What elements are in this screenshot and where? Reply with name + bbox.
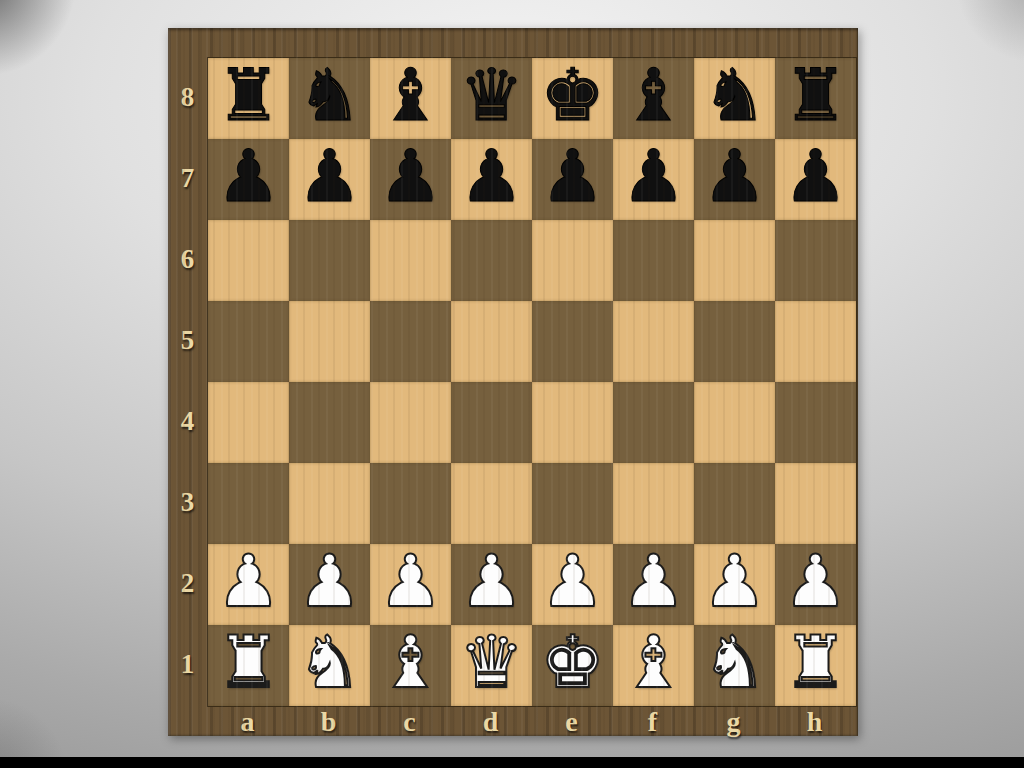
white-pawn[interactable]: ♟ [378, 541, 443, 622]
square-c2[interactable]: ♟ [370, 544, 451, 625]
square-g3[interactable] [694, 463, 775, 544]
white-pawn[interactable]: ♟ [702, 541, 767, 622]
white-pawn[interactable]: ♟ [621, 541, 686, 622]
black-pawn[interactable]: ♟ [540, 136, 605, 217]
square-h3[interactable] [775, 463, 856, 544]
file-label-a: a [207, 705, 288, 738]
black-knight[interactable]: ♞ [702, 55, 767, 136]
black-king[interactable]: ♚ [540, 55, 605, 136]
file-label-f: f [612, 705, 693, 738]
square-c4[interactable] [370, 382, 451, 463]
square-a6[interactable] [208, 220, 289, 301]
rank-label-2: 2 [168, 543, 207, 624]
square-h1[interactable]: ♜ [775, 625, 856, 706]
file-label-e: e [531, 705, 612, 738]
black-pawn[interactable]: ♟ [216, 136, 281, 217]
square-d7[interactable]: ♟ [451, 139, 532, 220]
square-e1[interactable]: ♚ [532, 625, 613, 706]
square-e8[interactable]: ♚ [532, 58, 613, 139]
square-d5[interactable] [451, 301, 532, 382]
slide-background: 87654321 ♜♞♝♛♚♝♞♜♟♟♟♟♟♟♟♟♟♟♟♟♟♟♟♟♜♞♝♛♚♝♞… [0, 0, 1024, 768]
file-label-g: g [693, 705, 774, 738]
white-rook[interactable]: ♜ [783, 622, 848, 703]
square-f3[interactable] [613, 463, 694, 544]
black-knight[interactable]: ♞ [297, 55, 362, 136]
rank-label-4: 4 [168, 381, 207, 462]
square-f4[interactable] [613, 382, 694, 463]
square-b1[interactable]: ♞ [289, 625, 370, 706]
square-b8[interactable]: ♞ [289, 58, 370, 139]
white-knight[interactable]: ♞ [702, 622, 767, 703]
black-pawn[interactable]: ♟ [621, 136, 686, 217]
square-h4[interactable] [775, 382, 856, 463]
square-e3[interactable] [532, 463, 613, 544]
rank-label-1: 1 [168, 624, 207, 705]
square-a4[interactable] [208, 382, 289, 463]
black-pawn[interactable]: ♟ [459, 136, 524, 217]
white-pawn[interactable]: ♟ [459, 541, 524, 622]
square-g7[interactable]: ♟ [694, 139, 775, 220]
white-king[interactable]: ♚ [540, 622, 605, 703]
square-h8[interactable]: ♜ [775, 58, 856, 139]
square-g1[interactable]: ♞ [694, 625, 775, 706]
square-d6[interactable] [451, 220, 532, 301]
white-queen[interactable]: ♛ [459, 622, 524, 703]
square-a1[interactable]: ♜ [208, 625, 289, 706]
square-d1[interactable]: ♛ [451, 625, 532, 706]
square-e7[interactable]: ♟ [532, 139, 613, 220]
square-h7[interactable]: ♟ [775, 139, 856, 220]
black-bishop[interactable]: ♝ [378, 55, 443, 136]
board-grid: ♜♞♝♛♚♝♞♜♟♟♟♟♟♟♟♟♟♟♟♟♟♟♟♟♜♞♝♛♚♝♞♜ [207, 57, 857, 707]
square-e2[interactable]: ♟ [532, 544, 613, 625]
white-pawn[interactable]: ♟ [783, 541, 848, 622]
square-b7[interactable]: ♟ [289, 139, 370, 220]
square-f5[interactable] [613, 301, 694, 382]
black-rook[interactable]: ♜ [783, 55, 848, 136]
square-c7[interactable]: ♟ [370, 139, 451, 220]
white-pawn[interactable]: ♟ [540, 541, 605, 622]
square-c8[interactable]: ♝ [370, 58, 451, 139]
black-pawn[interactable]: ♟ [783, 136, 848, 217]
file-label-d: d [450, 705, 531, 738]
square-a3[interactable] [208, 463, 289, 544]
rank-label-3: 3 [168, 462, 207, 543]
square-a8[interactable]: ♜ [208, 58, 289, 139]
file-label-c: c [369, 705, 450, 738]
square-f8[interactable]: ♝ [613, 58, 694, 139]
square-g6[interactable] [694, 220, 775, 301]
square-c1[interactable]: ♝ [370, 625, 451, 706]
square-e5[interactable] [532, 301, 613, 382]
square-b5[interactable] [289, 301, 370, 382]
chess-board: 87654321 ♜♞♝♛♚♝♞♜♟♟♟♟♟♟♟♟♟♟♟♟♟♟♟♟♜♞♝♛♚♝♞… [168, 28, 858, 736]
square-g4[interactable] [694, 382, 775, 463]
white-rook[interactable]: ♜ [216, 622, 281, 703]
square-b3[interactable] [289, 463, 370, 544]
white-pawn[interactable]: ♟ [216, 541, 281, 622]
square-b2[interactable]: ♟ [289, 544, 370, 625]
rank-label-6: 6 [168, 219, 207, 300]
square-b4[interactable] [289, 382, 370, 463]
square-f2[interactable]: ♟ [613, 544, 694, 625]
black-pawn[interactable]: ♟ [378, 136, 443, 217]
square-g8[interactable]: ♞ [694, 58, 775, 139]
square-a7[interactable]: ♟ [208, 139, 289, 220]
file-labels: abcdefgh [207, 705, 855, 736]
square-h5[interactable] [775, 301, 856, 382]
rank-label-8: 8 [168, 57, 207, 138]
square-b6[interactable] [289, 220, 370, 301]
square-d4[interactable] [451, 382, 532, 463]
rank-label-5: 5 [168, 300, 207, 381]
white-pawn[interactable]: ♟ [297, 541, 362, 622]
square-g5[interactable] [694, 301, 775, 382]
square-a2[interactable]: ♟ [208, 544, 289, 625]
square-c6[interactable] [370, 220, 451, 301]
rank-labels: 87654321 [168, 57, 207, 705]
white-bishop[interactable]: ♝ [378, 622, 443, 703]
square-d3[interactable] [451, 463, 532, 544]
black-rook[interactable]: ♜ [216, 55, 281, 136]
file-label-h: h [774, 705, 855, 738]
black-bishop[interactable]: ♝ [621, 55, 686, 136]
square-e6[interactable] [532, 220, 613, 301]
file-label-b: b [288, 705, 369, 738]
black-pawn[interactable]: ♟ [297, 136, 362, 217]
square-e4[interactable] [532, 382, 613, 463]
square-d8[interactable]: ♛ [451, 58, 532, 139]
bottom-bar [0, 757, 1024, 768]
square-g2[interactable]: ♟ [694, 544, 775, 625]
square-c3[interactable] [370, 463, 451, 544]
white-knight[interactable]: ♞ [297, 622, 362, 703]
black-queen[interactable]: ♛ [459, 55, 524, 136]
black-pawn[interactable]: ♟ [702, 136, 767, 217]
square-h2[interactable]: ♟ [775, 544, 856, 625]
square-h6[interactable] [775, 220, 856, 301]
white-bishop[interactable]: ♝ [621, 622, 686, 703]
square-c5[interactable] [370, 301, 451, 382]
square-f6[interactable] [613, 220, 694, 301]
square-d2[interactable]: ♟ [451, 544, 532, 625]
square-f7[interactable]: ♟ [613, 139, 694, 220]
square-a5[interactable] [208, 301, 289, 382]
rank-label-7: 7 [168, 138, 207, 219]
square-f1[interactable]: ♝ [613, 625, 694, 706]
